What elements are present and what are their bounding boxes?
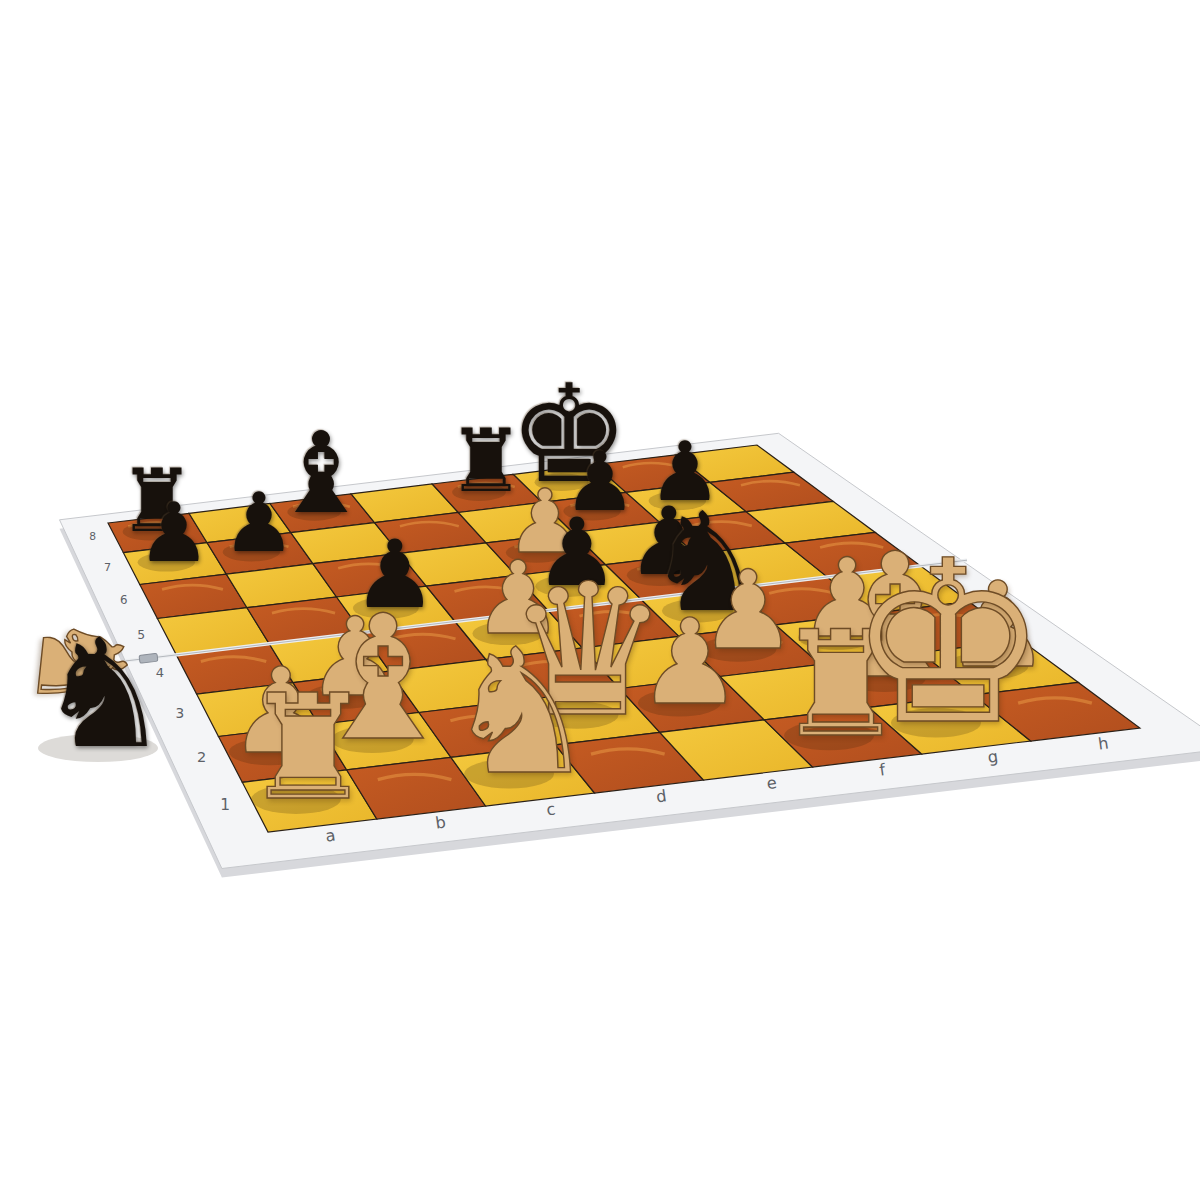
rank-label-6: 6 (120, 593, 128, 607)
rank-label-1: 1 (220, 796, 230, 814)
rank-label-2: 2 (197, 749, 206, 765)
piece-white-king-g1[interactable]: ♚ (847, 531, 1049, 756)
piece-white-knight-c1[interactable]: ♞ (443, 626, 598, 799)
piece-white-rook-a1[interactable]: ♜ (243, 675, 373, 820)
piece-black-pawn-b7[interactable]: ♟ (222, 482, 296, 564)
rank-label-8: 8 (89, 530, 96, 543)
rank-label-7: 7 (104, 561, 111, 574)
piece-white-pawn-e2[interactable]: ♟ (637, 603, 743, 721)
rank-label-3: 3 (176, 705, 185, 721)
captured-black-knight[interactable]: ♞ (37, 619, 171, 769)
piece-black-pawn-a7[interactable]: ♟ (137, 492, 211, 574)
photo-stage: abcdefgh12345678 ♜♝♜♚♟♟♟♟♟♟♟♟♞♟♟♟♟♟♝♛♟♝♟… (0, 0, 1200, 1200)
